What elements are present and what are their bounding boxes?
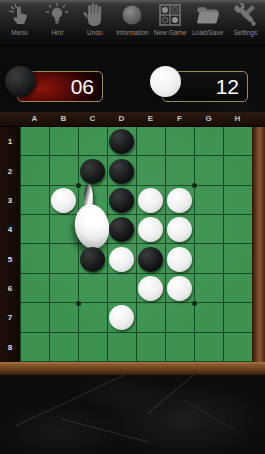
black-disc-c5 bbox=[80, 247, 105, 272]
white-disc-f3 bbox=[167, 188, 192, 213]
white-disc-e6 bbox=[138, 276, 163, 301]
square-h7[interactable] bbox=[223, 303, 252, 332]
square-a4[interactable] bbox=[20, 215, 49, 244]
lightbulb-icon bbox=[44, 2, 70, 28]
white-score-panel: 12 bbox=[150, 60, 262, 106]
square-c6[interactable] bbox=[78, 274, 107, 303]
square-a5[interactable] bbox=[20, 245, 49, 274]
row-label-6: 6 bbox=[0, 274, 20, 303]
black-disc-d3 bbox=[109, 188, 134, 213]
row-labels: 12345678 bbox=[0, 127, 20, 362]
white-stone-icon bbox=[150, 66, 181, 97]
column-label-d: D bbox=[107, 112, 136, 126]
column-label-h: H bbox=[223, 112, 252, 126]
folder-icon bbox=[195, 2, 221, 28]
white-disc-d5 bbox=[109, 247, 134, 272]
toolbar-label: Load/Save bbox=[192, 29, 223, 36]
square-h4[interactable] bbox=[223, 215, 252, 244]
board-grid-icon bbox=[157, 2, 183, 28]
square-h8[interactable] bbox=[223, 333, 252, 362]
square-a8[interactable] bbox=[20, 333, 49, 362]
square-b4[interactable] bbox=[49, 215, 78, 244]
row-label-2: 2 bbox=[0, 156, 20, 185]
square-g4[interactable] bbox=[194, 215, 223, 244]
square-a1[interactable] bbox=[20, 127, 49, 156]
toolbar-button-menu[interactable]: Menu bbox=[1, 2, 38, 36]
row-label-3: 3 bbox=[0, 186, 20, 215]
scoreboard: 06 12 bbox=[0, 60, 265, 106]
square-g8[interactable] bbox=[194, 333, 223, 362]
toolbar-button-information[interactable]: Information bbox=[114, 2, 151, 36]
board-grid bbox=[20, 127, 252, 362]
black-score-value: 06 bbox=[71, 76, 94, 97]
column-labels: ABCDEFGH bbox=[0, 112, 265, 127]
marble-vein bbox=[61, 418, 148, 442]
square-c8[interactable] bbox=[78, 333, 107, 362]
column-label-b: B bbox=[49, 112, 78, 126]
square-e1[interactable] bbox=[136, 127, 165, 156]
square-h6[interactable] bbox=[223, 274, 252, 303]
toolbar-button-new-game[interactable]: New Game bbox=[152, 2, 189, 36]
square-c7[interactable] bbox=[78, 303, 107, 332]
square-a6[interactable] bbox=[20, 274, 49, 303]
black-disc-e5 bbox=[138, 247, 163, 272]
square-b2[interactable] bbox=[49, 156, 78, 185]
column-label-a: A bbox=[20, 112, 49, 126]
square-h3[interactable] bbox=[223, 186, 252, 215]
board-star-dot bbox=[76, 183, 81, 188]
square-a7[interactable] bbox=[20, 303, 49, 332]
row-label-7: 7 bbox=[0, 303, 20, 332]
toolbar: MenuHintUndoInformationNew GameLoad/Save… bbox=[0, 0, 265, 46]
square-b8[interactable] bbox=[49, 333, 78, 362]
square-e2[interactable] bbox=[136, 156, 165, 185]
black-disc-c2 bbox=[80, 159, 105, 184]
white-disc-f6 bbox=[167, 276, 192, 301]
square-b6[interactable] bbox=[49, 274, 78, 303]
toolbar-label: New Game bbox=[154, 29, 187, 36]
square-f1[interactable] bbox=[165, 127, 194, 156]
square-g2[interactable] bbox=[194, 156, 223, 185]
tools-icon bbox=[232, 2, 258, 28]
toolbar-label: Hint bbox=[51, 29, 63, 36]
square-a2[interactable] bbox=[20, 156, 49, 185]
column-label-c: C bbox=[78, 112, 107, 126]
toolbar-label: Information bbox=[116, 29, 149, 36]
square-b5[interactable] bbox=[49, 245, 78, 274]
white-disc-b3 bbox=[51, 188, 76, 213]
othello-board: ABCDEFGH 12345678 bbox=[0, 112, 265, 375]
toolbar-button-undo[interactable]: Undo bbox=[76, 2, 113, 36]
white-disc-e3 bbox=[138, 188, 163, 213]
square-g6[interactable] bbox=[194, 274, 223, 303]
toolbar-button-settings[interactable]: Settings bbox=[227, 2, 264, 36]
board-star-dot bbox=[192, 301, 197, 306]
column-label-g: G bbox=[194, 112, 223, 126]
black-score-panel: 06 bbox=[5, 60, 117, 106]
square-g1[interactable] bbox=[194, 127, 223, 156]
board-star-dot bbox=[192, 183, 197, 188]
black-disc-d2 bbox=[109, 159, 134, 184]
column-label-e: E bbox=[136, 112, 165, 126]
square-f2[interactable] bbox=[165, 156, 194, 185]
toolbar-button-hint[interactable]: Hint bbox=[39, 2, 76, 36]
square-f7[interactable] bbox=[165, 303, 194, 332]
toolbar-label: Menu bbox=[11, 29, 27, 36]
marble-vein bbox=[15, 375, 124, 427]
row-label-8: 8 bbox=[0, 333, 20, 362]
square-h5[interactable] bbox=[223, 245, 252, 274]
square-h1[interactable] bbox=[223, 127, 252, 156]
square-e8[interactable] bbox=[136, 333, 165, 362]
toolbar-label: Undo bbox=[87, 29, 103, 36]
hand-pointer-icon bbox=[7, 2, 33, 28]
square-f8[interactable] bbox=[165, 333, 194, 362]
square-g7[interactable] bbox=[194, 303, 223, 332]
square-d8[interactable] bbox=[107, 333, 136, 362]
row-label-5: 5 bbox=[0, 245, 20, 274]
column-label-f: F bbox=[165, 112, 194, 126]
square-b1[interactable] bbox=[49, 127, 78, 156]
toolbar-label: Settings bbox=[234, 29, 258, 36]
square-h2[interactable] bbox=[223, 156, 252, 185]
row-label-4: 4 bbox=[0, 215, 20, 244]
white-disc-f5 bbox=[167, 247, 192, 272]
square-g5[interactable] bbox=[194, 245, 223, 274]
board-frame-right bbox=[252, 127, 265, 362]
square-b7[interactable] bbox=[49, 303, 78, 332]
square-d6[interactable] bbox=[107, 274, 136, 303]
hand-palm-icon bbox=[82, 2, 108, 28]
square-e7[interactable] bbox=[136, 303, 165, 332]
board-star-dot bbox=[76, 301, 81, 306]
stone-sphere-icon bbox=[119, 2, 145, 28]
square-c1[interactable] bbox=[78, 127, 107, 156]
white-score-value: 12 bbox=[216, 76, 239, 97]
square-g3[interactable] bbox=[194, 186, 223, 215]
board-frame-bottom bbox=[0, 362, 265, 375]
row-label-1: 1 bbox=[0, 127, 20, 156]
square-a3[interactable] bbox=[20, 186, 49, 215]
marble-vein bbox=[184, 400, 236, 431]
black-stone-icon bbox=[5, 66, 36, 97]
toolbar-button-load-save[interactable]: Load/Save bbox=[189, 2, 226, 36]
